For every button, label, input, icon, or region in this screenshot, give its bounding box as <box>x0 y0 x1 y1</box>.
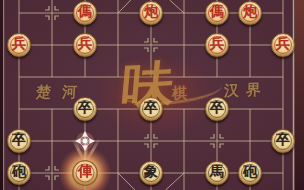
xiangqi-board: 楚河 汉界 味 棋 傌炮傌炮兵兵兵兵卒卒卒卒卒砲俥象馬砲 <box>0 0 304 190</box>
move-origin-marker <box>0 0 304 190</box>
board-left-edge <box>0 0 3 190</box>
board-right-edge <box>295 0 304 190</box>
